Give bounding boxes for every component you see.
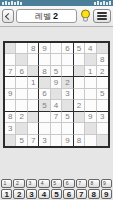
status-icons-left: [2, 1, 22, 5]
cell-r6c3[interactable]: [28, 100, 39, 111]
cell-r3c8[interactable]: 1: [85, 66, 96, 77]
cell-r6c7[interactable]: 2: [74, 100, 85, 111]
cell-r1c5[interactable]: [51, 43, 62, 54]
cell-r7c1[interactable]: 8: [5, 112, 16, 123]
cell-r2c2[interactable]: [16, 54, 27, 65]
cell-r4c2[interactable]: [16, 77, 27, 88]
candidate-button-6[interactable]: 6: [63, 179, 74, 188]
status-icon: [20, 2, 22, 5]
cell-r1c4[interactable]: 9: [39, 43, 50, 54]
cell-r6c8[interactable]: [85, 100, 96, 111]
battery-icon: [100, 2, 102, 5]
candidate-digit-label: 4: [41, 180, 44, 186]
cell-r8c9[interactable]: [97, 123, 108, 134]
cell-r3c2[interactable]: 6: [16, 66, 27, 77]
candidate-button-1[interactable]: 1: [1, 179, 12, 188]
app-screen: 레벨 2 8965487685121929635542827593357398 …: [0, 0, 113, 200]
candidate-digit-label: 9: [103, 180, 106, 186]
cell-r6c9[interactable]: [97, 100, 108, 111]
cell-r7c7[interactable]: [74, 112, 85, 123]
level-number: 2: [53, 11, 58, 21]
cell-r6c4[interactable]: 5: [39, 100, 50, 111]
candidate-button-8[interactable]: 8: [88, 179, 99, 188]
sudoku-board: 8965487685121929635542827593357398: [3, 41, 110, 148]
cell-r8c8[interactable]: [85, 123, 96, 134]
cell-r8c7[interactable]: [74, 123, 85, 134]
cell-r5c3[interactable]: [28, 89, 39, 100]
candidate-button-row: 123456789: [1, 179, 112, 188]
cell-r9c1[interactable]: [5, 135, 16, 146]
cell-r5c7[interactable]: [74, 89, 85, 100]
cell-r6c6[interactable]: [62, 100, 73, 111]
cell-r2c4[interactable]: [39, 54, 50, 65]
hint-button[interactable]: [79, 9, 91, 24]
cell-r1c8[interactable]: 4: [85, 43, 96, 54]
candidate-button-5[interactable]: 5: [51, 179, 62, 188]
hamburger-menu-icon: [97, 12, 107, 14]
cell-r4c8[interactable]: [85, 77, 96, 88]
cell-r5c1[interactable]: 9: [5, 89, 16, 100]
candidate-digit-label: 7: [78, 180, 81, 186]
status-icons-right: [94, 1, 111, 5]
cell-r5c2[interactable]: [16, 89, 27, 100]
cell-r8c1[interactable]: 3: [5, 123, 16, 134]
number-pad: 123456789 123456789: [1, 179, 112, 199]
back-chevron-icon: [5, 12, 12, 19]
cell-r3c6[interactable]: [62, 66, 73, 77]
cell-r5c6[interactable]: 3: [62, 89, 73, 100]
candidate-digit-label: 2: [16, 180, 19, 186]
cell-r1c7[interactable]: 5: [74, 43, 85, 54]
cell-r7c5[interactable]: 7: [51, 112, 62, 123]
cell-r5c8[interactable]: [85, 89, 96, 100]
cell-r1c9[interactable]: [97, 43, 108, 54]
cell-r4c1[interactable]: [5, 77, 16, 88]
digit-button-row: 123456789: [1, 189, 112, 199]
toolbar: 레벨 2: [0, 6, 113, 27]
cell-r8c3[interactable]: [28, 123, 39, 134]
digit-button-1[interactable]: 1: [1, 189, 12, 199]
cell-r2c1[interactable]: [5, 54, 16, 65]
cell-r1c2[interactable]: [16, 43, 27, 54]
candidate-button-4[interactable]: 4: [38, 179, 49, 188]
digit-button-6[interactable]: 6: [63, 189, 74, 199]
cell-r4c4[interactable]: [39, 77, 50, 88]
candidate-button-3[interactable]: 3: [26, 179, 37, 188]
candidate-button-2[interactable]: 2: [13, 179, 24, 188]
candidate-digit-label: 1: [4, 180, 7, 186]
cell-r5c4[interactable]: 6: [39, 89, 50, 100]
cell-r8c5[interactable]: [51, 123, 62, 134]
cell-r7c6[interactable]: 5: [62, 112, 73, 123]
cell-r7c4[interactable]: [39, 112, 50, 123]
cell-r4c9[interactable]: [97, 77, 108, 88]
cell-r3c1[interactable]: 7: [5, 66, 16, 77]
cell-r7c9[interactable]: 3: [97, 112, 108, 123]
cell-r9c4[interactable]: 3: [39, 135, 50, 146]
digit-button-8[interactable]: 8: [88, 189, 99, 199]
candidate-digit-label: 8: [91, 180, 94, 186]
status-icon: [106, 2, 108, 5]
cell-r2c6[interactable]: [62, 54, 73, 65]
cell-r1c3[interactable]: 8: [28, 43, 39, 54]
cell-r3c3[interactable]: [28, 66, 39, 77]
cell-r4c3[interactable]: 1: [28, 77, 39, 88]
status-icon: [2, 2, 4, 5]
cell-r4c6[interactable]: 2: [62, 77, 73, 88]
signal-icon: [97, 1, 99, 5]
cell-r2c3[interactable]: [28, 54, 39, 65]
clock-icon: [109, 1, 111, 5]
cell-r5c9[interactable]: 5: [97, 89, 108, 100]
candidate-digit-label: 6: [66, 180, 69, 186]
cell-r7c3[interactable]: [28, 112, 39, 123]
cell-r2c8[interactable]: [85, 54, 96, 65]
lightbulb-icon: [80, 9, 91, 23]
cell-r9c8[interactable]: [85, 135, 96, 146]
cell-r6c1[interactable]: [5, 100, 16, 111]
digit-button-7[interactable]: 7: [76, 189, 87, 199]
cell-r9c3[interactable]: 7: [28, 135, 39, 146]
status-icon: [17, 1, 19, 5]
status-icon: [8, 2, 10, 5]
status-icon: [14, 2, 16, 5]
digit-button-5[interactable]: 5: [51, 189, 62, 199]
cell-r3c5[interactable]: 5: [51, 66, 62, 77]
digit-button-9[interactable]: 9: [101, 189, 112, 199]
cell-r3c7[interactable]: [74, 66, 85, 77]
status-icon: [94, 2, 96, 5]
cell-r9c2[interactable]: 5: [16, 135, 27, 146]
candidate-button-7[interactable]: 7: [76, 179, 87, 188]
cell-r9c9[interactable]: [97, 135, 108, 146]
digit-button-3[interactable]: 3: [26, 189, 37, 199]
level-title-field[interactable]: 레벨 2: [16, 9, 77, 23]
candidate-digit-label: 3: [28, 180, 31, 186]
cell-r9c7[interactable]: 8: [74, 135, 85, 146]
status-icon: [5, 1, 7, 5]
candidate-button-9[interactable]: 9: [101, 179, 112, 188]
digit-button-4[interactable]: 4: [38, 189, 49, 199]
status-icon: [103, 1, 105, 5]
cell-r5c5[interactable]: [51, 89, 62, 100]
cell-r9c5[interactable]: [51, 135, 62, 146]
back-button[interactable]: [2, 9, 14, 23]
cell-r2c7[interactable]: [74, 54, 85, 65]
cell-r8c4[interactable]: [39, 123, 50, 134]
cell-r2c9[interactable]: 8: [97, 54, 108, 65]
cell-r1c6[interactable]: 6: [62, 43, 73, 54]
digit-button-2[interactable]: 2: [13, 189, 24, 199]
cell-r9c6[interactable]: 9: [62, 135, 73, 146]
cell-r4c5[interactable]: 9: [51, 77, 62, 88]
cell-r7c8[interactable]: 9: [85, 112, 96, 123]
level-title-label: 레벨: [35, 11, 51, 22]
cell-r8c6[interactable]: [62, 123, 73, 134]
cell-r3c9[interactable]: 2: [97, 66, 108, 77]
cell-r2c5[interactable]: [51, 54, 62, 65]
cell-r6c5[interactable]: 4: [51, 100, 62, 111]
status-icon: [11, 1, 13, 5]
candidate-digit-label: 5: [53, 180, 56, 186]
menu-button[interactable]: [93, 9, 111, 23]
cell-r4c7[interactable]: [74, 77, 85, 88]
cell-r8c2[interactable]: [16, 123, 27, 134]
cell-r1c1[interactable]: [5, 43, 16, 54]
cell-r7c2[interactable]: 2: [16, 112, 27, 123]
cell-r3c4[interactable]: 8: [39, 66, 50, 77]
cell-r6c2[interactable]: [16, 100, 27, 111]
